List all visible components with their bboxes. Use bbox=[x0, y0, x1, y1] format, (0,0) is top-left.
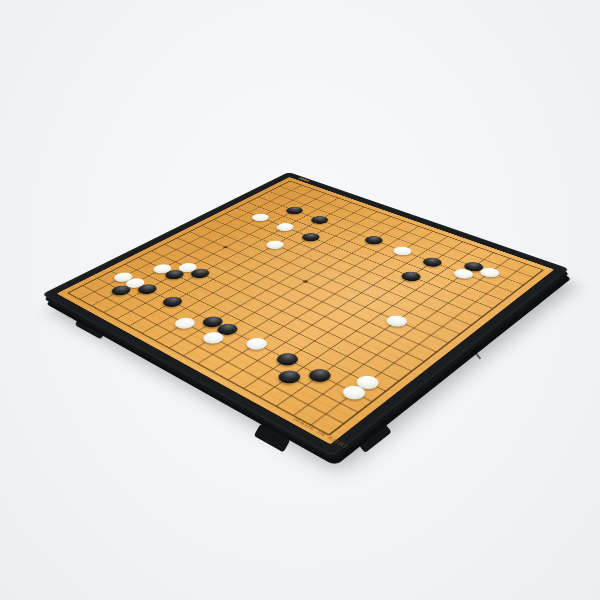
grid-line bbox=[329, 270, 543, 435]
board-grid bbox=[42, 172, 569, 457]
grid-line bbox=[116, 198, 338, 319]
grid-line bbox=[236, 208, 493, 308]
product-photo-stage: MADE IN KOREA bbox=[0, 0, 600, 600]
grid-line bbox=[225, 214, 482, 317]
go-board: MADE IN KOREA bbox=[42, 172, 569, 457]
grid-line bbox=[202, 226, 460, 334]
grid-line bbox=[213, 220, 471, 326]
grid-line bbox=[293, 258, 509, 415]
